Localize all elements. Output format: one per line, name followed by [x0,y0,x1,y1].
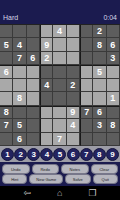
cell-r9c6[interactable] [67,133,80,146]
android-nav-bar: ⇦ ⌂ ❐ [0,186,120,200]
cell-r2c7[interactable] [80,38,93,51]
cell-r3c6[interactable] [67,52,80,65]
cell-r6c3[interactable] [27,92,40,105]
cell-r4c2[interactable] [13,65,26,78]
cell-r8c2[interactable]: 5 [13,119,26,132]
quit-button[interactable]: Quit [93,174,118,184]
cell-r7c2[interactable] [13,106,26,119]
cell-r3c2[interactable]: 7 [13,52,26,65]
top-bar: Hard 0:04 [0,0,120,24]
cell-r7c8[interactable]: 6 [93,106,106,119]
cell-r4c7[interactable] [80,65,93,78]
cell-r5c7[interactable] [80,79,93,92]
cell-r1c2[interactable] [13,25,26,38]
cell-r3c9[interactable]: 3 [107,52,120,65]
cell-r9c2[interactable]: 6 [13,133,26,146]
cell-r7c7[interactable]: 7 [80,106,93,119]
cell-r5c6[interactable]: 2 [67,79,80,92]
cell-r3c5[interactable] [53,52,66,65]
cell-r2c6[interactable] [67,38,80,51]
cell-r8c9[interactable]: 8 [107,119,120,132]
control-buttons: UndoRedoNotesClearHintNew GameSolveQuit [0,162,120,186]
cell-r5c9[interactable] [107,79,120,92]
cell-r6c9[interactable]: 1 [107,92,120,105]
cell-r8c1[interactable]: 7 [0,119,13,132]
cell-r2c1[interactable]: 5 [0,38,13,51]
cell-r9c7[interactable] [80,133,93,146]
cell-r4c4[interactable] [40,65,53,78]
sudoku-board: 4254986762365428189767543867 [0,24,120,146]
cell-r1c4[interactable] [40,25,53,38]
home-icon[interactable]: ⌂ [57,188,62,198]
numpad-button-5[interactable]: 5 [53,148,66,161]
sudoku-app: Hard 0:04 4254986762365428189767543867 1… [0,0,120,200]
cell-r2c9[interactable]: 6 [107,38,120,51]
cell-r3c1[interactable] [0,52,13,65]
cell-r2c2[interactable]: 4 [13,38,26,51]
cell-r4c6[interactable] [67,65,80,78]
cell-r8c3[interactable] [27,119,40,132]
numpad-button-9[interactable]: 9 [106,148,119,161]
cell-r8c5[interactable] [53,119,66,132]
cell-r5c2[interactable] [13,79,26,92]
redo-button[interactable]: Redo [32,164,60,174]
undo-button[interactable]: Undo [2,164,30,174]
cell-r9c5[interactable]: 7 [53,133,66,146]
control-row-1: UndoRedoNotesClear [1,164,119,174]
cell-r2c4[interactable]: 9 [40,38,53,51]
cell-r6c1[interactable] [0,92,13,105]
notes-button[interactable]: Notes [61,164,89,174]
cell-r1c3[interactable] [27,25,40,38]
cell-r1c7[interactable] [80,25,93,38]
hint-button[interactable]: Hint [2,174,27,184]
cell-r2c3[interactable] [27,38,40,51]
cell-r1c9[interactable] [107,25,120,38]
numpad-button-8[interactable]: 8 [93,148,106,161]
cell-r7c3[interactable] [27,106,40,119]
difficulty-label: Hard [3,14,18,22]
cell-r4c1[interactable]: 6 [0,65,13,78]
cell-r5c8[interactable] [93,79,106,92]
cell-r8c7[interactable] [80,119,93,132]
numpad-button-4[interactable]: 4 [40,148,53,161]
timer: 0:04 [103,14,117,22]
back-icon[interactable]: ⇦ [23,188,31,198]
cell-r3c3[interactable]: 6 [27,52,40,65]
numpad-button-2[interactable]: 2 [14,148,27,161]
cell-r9c4[interactable] [40,133,53,146]
cell-r5c5[interactable] [53,79,66,92]
solve-button[interactable]: Solve [65,174,90,184]
cell-r8c6[interactable]: 4 [67,119,80,132]
cell-r5c1[interactable] [0,79,13,92]
cell-r3c8[interactable] [93,52,106,65]
cell-r9c9[interactable] [107,133,120,146]
cell-r3c7[interactable] [80,52,93,65]
number-pad: 123456789 [0,146,120,162]
cell-r6c8[interactable] [93,92,106,105]
cell-r1c6[interactable] [67,25,80,38]
cell-r4c3[interactable] [27,65,40,78]
cell-r5c3[interactable] [27,79,40,92]
numpad-button-3[interactable]: 3 [27,148,40,161]
cell-r6c6[interactable] [67,92,80,105]
cell-r1c5[interactable]: 4 [53,25,66,38]
cell-r2c5[interactable] [53,38,66,51]
cell-r7c5[interactable] [53,106,66,119]
cell-r2c8[interactable]: 8 [93,38,106,51]
cell-r8c4[interactable] [40,119,53,132]
cell-r7c9[interactable] [107,106,120,119]
numpad-button-6[interactable]: 6 [67,148,80,161]
numpad-button-7[interactable]: 7 [80,148,93,161]
numpad-button-1[interactable]: 1 [1,148,14,161]
clear-button[interactable]: Clear [91,164,119,174]
cell-r1c1[interactable] [0,25,13,38]
new-game-button[interactable]: New Game [29,174,63,184]
cell-r4c5[interactable] [53,65,66,78]
cell-r3c4[interactable]: 2 [40,52,53,65]
cell-r9c8[interactable] [93,133,106,146]
cell-r1c8[interactable]: 2 [93,25,106,38]
cell-r8c8[interactable]: 3 [93,119,106,132]
cell-r4c9[interactable] [107,65,120,78]
control-row-2: HintNew GameSolveQuit [1,174,119,184]
cell-r7c6[interactable]: 9 [67,106,80,119]
cell-r5c4[interactable]: 4 [40,79,53,92]
cell-r7c1[interactable]: 8 [0,106,13,119]
cell-r9c3[interactable] [27,133,40,146]
cell-r4c8[interactable]: 5 [93,65,106,78]
recents-icon[interactable]: ❐ [88,188,96,198]
cell-r6c5[interactable] [53,92,66,105]
cell-r6c2[interactable]: 8 [13,92,26,105]
cell-r9c1[interactable] [0,133,13,146]
cell-r7c4[interactable] [40,106,53,119]
cell-r6c4[interactable] [40,92,53,105]
cell-r6c7[interactable] [80,92,93,105]
